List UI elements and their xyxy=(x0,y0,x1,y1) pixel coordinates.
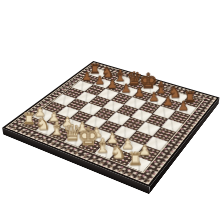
product-photo: ♜♞♝♛♚♝♞♜♟♟♟♟♟♟♟♟♟♟♟♟♟♟♟♟♜♞♝♛♚♝♞♜ xyxy=(0,0,222,222)
black-bishop-c8: ♝ xyxy=(113,68,128,83)
chess-board: ♜♞♝♛♚♝♞♜♟♟♟♟♟♟♟♟♟♟♟♟♟♟♟♟♜♞♝♛♚♝♞♜ xyxy=(2,61,219,187)
square-a3 xyxy=(43,101,66,113)
